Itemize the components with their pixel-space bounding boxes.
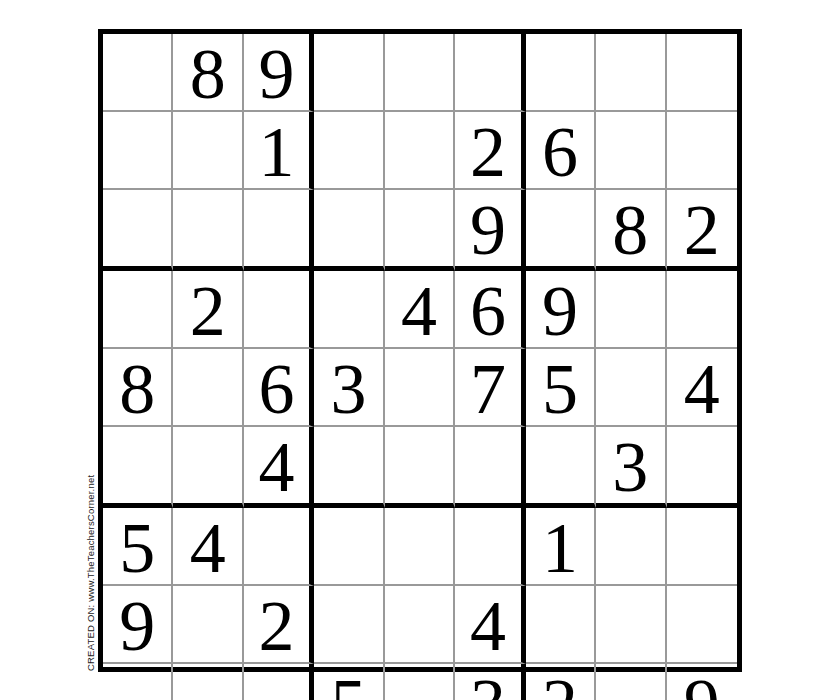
cell-r1c2[interactable]: 8 (173, 34, 243, 112)
cell-r7c5[interactable] (385, 508, 455, 586)
cell-r6c1[interactable] (103, 427, 173, 508)
cell-r1c6[interactable] (455, 34, 525, 112)
cell-r2c4[interactable] (314, 112, 384, 190)
cell-r3c3[interactable] (244, 190, 314, 271)
cell-r7c9[interactable] (667, 508, 737, 586)
cell-r4c4[interactable] (314, 271, 384, 349)
cell-r1c7[interactable] (526, 34, 596, 112)
cell-r8c7[interactable] (526, 586, 596, 664)
cell-r8c6[interactable]: 4 (455, 586, 525, 664)
cell-r4c5[interactable]: 4 (385, 271, 455, 349)
cell-r9c9[interactable]: 9 (667, 664, 737, 700)
cell-r7c4[interactable] (314, 508, 384, 586)
sudoku-board: 891269822469863754435419245329 (98, 29, 742, 672)
cell-r3c4[interactable] (314, 190, 384, 271)
cell-r5c4[interactable]: 3 (314, 349, 384, 427)
cell-r9c6[interactable]: 3 (455, 664, 525, 700)
cell-r8c4[interactable] (314, 586, 384, 664)
cell-r6c3[interactable]: 4 (244, 427, 314, 508)
cell-r8c1[interactable]: 9 (103, 586, 173, 664)
cell-r4c2[interactable]: 2 (173, 271, 243, 349)
cell-r1c5[interactable] (385, 34, 455, 112)
cell-r8c8[interactable] (596, 586, 666, 664)
cell-r5c3[interactable]: 6 (244, 349, 314, 427)
cell-r7c1[interactable]: 5 (103, 508, 173, 586)
cell-r7c3[interactable] (244, 508, 314, 586)
cell-r8c2[interactable] (173, 586, 243, 664)
cell-r6c7[interactable] (526, 427, 596, 508)
cell-r2c6[interactable]: 2 (455, 112, 525, 190)
cell-r2c8[interactable] (596, 112, 666, 190)
cell-r3c1[interactable] (103, 190, 173, 271)
cell-r2c3[interactable]: 1 (244, 112, 314, 190)
cell-r5c2[interactable] (173, 349, 243, 427)
cell-r9c1[interactable] (103, 664, 173, 700)
cell-r8c5[interactable] (385, 586, 455, 664)
cell-r2c2[interactable] (173, 112, 243, 190)
cell-r2c9[interactable] (667, 112, 737, 190)
cell-r6c9[interactable] (667, 427, 737, 508)
cell-r6c5[interactable] (385, 427, 455, 508)
cell-r3c9[interactable]: 2 (667, 190, 737, 271)
cell-r5c7[interactable]: 5 (526, 349, 596, 427)
cell-r9c7[interactable]: 2 (526, 664, 596, 700)
cell-r3c2[interactable] (173, 190, 243, 271)
cell-r1c3[interactable]: 9 (244, 34, 314, 112)
cell-r2c5[interactable] (385, 112, 455, 190)
cell-r7c6[interactable] (455, 508, 525, 586)
cell-r6c2[interactable] (173, 427, 243, 508)
cell-r5c9[interactable]: 4 (667, 349, 737, 427)
cell-r1c1[interactable] (103, 34, 173, 112)
cell-r4c1[interactable] (103, 271, 173, 349)
cell-r6c6[interactable] (455, 427, 525, 508)
cell-r3c8[interactable]: 8 (596, 190, 666, 271)
cell-r9c3[interactable] (244, 664, 314, 700)
cell-r1c8[interactable] (596, 34, 666, 112)
cell-r4c9[interactable] (667, 271, 737, 349)
cell-r8c3[interactable]: 2 (244, 586, 314, 664)
cell-r3c7[interactable] (526, 190, 596, 271)
cell-r7c7[interactable]: 1 (526, 508, 596, 586)
cell-r5c6[interactable]: 7 (455, 349, 525, 427)
cell-r1c9[interactable] (667, 34, 737, 112)
cell-r1c4[interactable] (314, 34, 384, 112)
cell-r9c5[interactable] (385, 664, 455, 700)
cell-r9c8[interactable] (596, 664, 666, 700)
cell-r2c7[interactable]: 6 (526, 112, 596, 190)
cell-r6c8[interactable]: 3 (596, 427, 666, 508)
cell-r5c8[interactable] (596, 349, 666, 427)
sudoku-page: CREATED ON: www.TheTeachersCorner.net 89… (0, 0, 829, 700)
cell-r4c3[interactable] (244, 271, 314, 349)
cell-r8c9[interactable] (667, 586, 737, 664)
credit-caption: CREATED ON: www.TheTeachersCorner.net (85, 475, 96, 671)
cell-r4c6[interactable]: 6 (455, 271, 525, 349)
cell-r7c2[interactable]: 4 (173, 508, 243, 586)
cell-r5c1[interactable]: 8 (103, 349, 173, 427)
cell-r3c6[interactable]: 9 (455, 190, 525, 271)
cell-r2c1[interactable] (103, 112, 173, 190)
cell-r9c4[interactable]: 5 (314, 664, 384, 700)
cell-r7c8[interactable] (596, 508, 666, 586)
cell-r5c5[interactable] (385, 349, 455, 427)
cell-r6c4[interactable] (314, 427, 384, 508)
cell-r4c7[interactable]: 9 (526, 271, 596, 349)
cell-r4c8[interactable] (596, 271, 666, 349)
cell-r3c5[interactable] (385, 190, 455, 271)
cell-r9c2[interactable] (173, 664, 243, 700)
